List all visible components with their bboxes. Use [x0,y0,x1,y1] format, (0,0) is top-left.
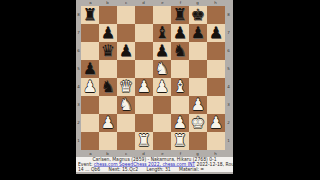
white-pawn: ♟ [135,78,153,96]
square-c4: ♛ [117,78,135,96]
square-a5: ♟ [81,60,99,78]
white-queen: ♛ [117,78,135,96]
file-label-c: c [117,150,135,157]
square-h5 [207,60,225,78]
file-label-b: b [99,150,117,157]
file-label-e: e [153,150,171,157]
white-knight: ♞ [153,60,171,78]
white-pawn: ♟ [171,114,189,132]
square-e6: ♟ [153,42,171,60]
rank-label-6: 6 [225,42,233,60]
black-king: ♚ [189,6,207,24]
square-h8 [207,6,225,24]
chess-board: ♜♜♚♟♝♟♟♟♛♟♟♞♟♞♟♞♛♟♟♝♞♟♟♟♚♟♜♜ [81,6,225,150]
file-label-a: a [81,150,99,157]
square-b7: ♟ [99,24,117,42]
file-labels-bottom: abcdefgh [81,150,225,157]
file-label-g: g [189,150,207,157]
rank-label-4: 4 [225,78,233,96]
square-d2 [135,114,153,132]
black-pawn: ♟ [117,42,135,60]
black-bishop: ♝ [153,24,171,42]
square-b8 [99,6,117,24]
rank-label-3: 3 [225,96,233,114]
video-frame: { "game": "chess", "position": { "fen": … [0,0,320,180]
black-pawn: ♟ [153,42,171,60]
rank-label-2: 2 [225,114,233,132]
square-f8: ♜ [171,6,189,24]
rank-label-5: 5 [225,60,233,78]
square-b6: ♛ [99,42,117,60]
game-caption-bar: Carlsen, Magnus (2859) - Nakamura, Hikar… [76,157,233,172]
square-f1: ♜ [171,132,189,150]
black-knight: ♞ [171,42,189,60]
square-e5: ♞ [153,60,171,78]
square-f6: ♞ [171,42,189,60]
square-a4: ♟ [81,78,99,96]
square-d8 [135,6,153,24]
square-b1 [99,132,117,150]
file-label-d: d [135,150,153,157]
black-queen: ♛ [99,42,117,60]
square-c7 [117,24,135,42]
square-c8 [117,6,135,24]
white-pawn: ♟ [153,78,171,96]
rank-label-7: 7 [225,24,233,42]
square-c1 [117,132,135,150]
square-f7: ♟ [171,24,189,42]
square-g7: ♟ [189,24,207,42]
square-g1 [189,132,207,150]
square-d1: ♜ [135,132,153,150]
white-rook: ♜ [135,132,153,150]
square-f5 [171,60,189,78]
white-pawn: ♟ [81,78,99,96]
rank-labels-right: 87654321 [225,6,233,150]
black-pawn: ♟ [81,60,99,78]
chessboard-panel: abcdefgh 87654321 ♜♜♚♟♝♟♟♟♛♟♟♞♟♞♟♞♛♟♟♝♞♟… [76,0,233,174]
square-a3 [81,96,99,114]
square-h2: ♟ [207,114,225,132]
square-a6 [81,42,99,60]
square-h7: ♟ [207,24,225,42]
square-h1 [207,132,225,150]
white-king: ♚ [189,114,207,132]
rank-label-8: 8 [225,6,233,24]
black-pawn: ♟ [99,24,117,42]
square-c2 [117,114,135,132]
square-a1 [81,132,99,150]
square-h6 [207,42,225,60]
square-e4: ♟ [153,78,171,96]
file-label-h: h [207,150,225,157]
square-b5 [99,60,117,78]
square-f3 [171,96,189,114]
square-e1 [153,132,171,150]
white-pawn: ♟ [189,96,207,114]
square-d3 [135,96,153,114]
square-d4: ♟ [135,78,153,96]
square-c3: ♞ [117,96,135,114]
square-b2: ♟ [99,114,117,132]
square-g6 [189,42,207,60]
white-knight: ♞ [117,96,135,114]
square-a8: ♜ [81,6,99,24]
square-a7 [81,24,99,42]
square-e3 [153,96,171,114]
file-label-f: f [171,150,189,157]
square-f4: ♝ [171,78,189,96]
panel-bottom-strip [76,172,233,174]
rank-label-1: 1 [225,132,233,150]
white-bishop: ♝ [171,78,189,96]
square-d7 [135,24,153,42]
square-g2: ♚ [189,114,207,132]
white-pawn: ♟ [99,114,117,132]
black-rook: ♜ [81,6,99,24]
square-g5 [189,60,207,78]
white-pawn: ♟ [207,114,225,132]
square-e2 [153,114,171,132]
square-f2: ♟ [171,114,189,132]
square-h4 [207,78,225,96]
square-g8: ♚ [189,6,207,24]
square-g4 [189,78,207,96]
square-c6: ♟ [117,42,135,60]
square-b4: ♞ [99,78,117,96]
square-d6 [135,42,153,60]
white-rook: ♜ [171,132,189,150]
black-pawn: ♟ [171,24,189,42]
square-b3 [99,96,117,114]
square-a2 [81,114,99,132]
square-c5 [117,60,135,78]
square-g3: ♟ [189,96,207,114]
square-e7: ♝ [153,24,171,42]
black-pawn: ♟ [207,24,225,42]
black-rook: ♜ [171,6,189,24]
black-knight: ♞ [99,78,117,96]
black-pawn: ♟ [189,24,207,42]
square-h3 [207,96,225,114]
square-e8 [153,6,171,24]
square-d5 [135,60,153,78]
